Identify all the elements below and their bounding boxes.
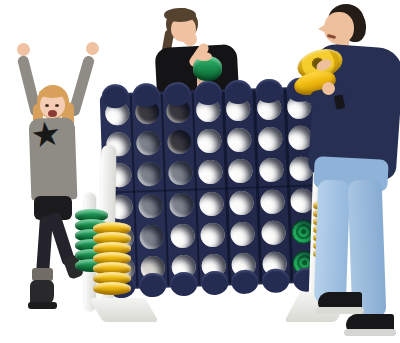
board-scallop-bottom xyxy=(139,273,167,298)
girl-eye-right xyxy=(55,104,59,107)
man-front-leg xyxy=(314,179,350,304)
empty-hole xyxy=(136,131,161,156)
board-cell-r3c2 xyxy=(134,158,165,190)
board-cell-r2c2 xyxy=(133,127,164,159)
empty-hole xyxy=(170,224,195,249)
girl-star-graphic: ★ xyxy=(23,111,68,156)
board-cell-r2c5 xyxy=(224,124,255,156)
girl-left-boot-sole xyxy=(28,302,57,309)
board-scallop-bottom xyxy=(231,269,259,294)
girl-eye-left xyxy=(45,104,49,107)
board-cell-r2c3 xyxy=(163,126,194,158)
board-cell-r4c3 xyxy=(166,189,197,221)
empty-hole xyxy=(140,225,165,250)
girl-right-fist xyxy=(86,42,99,55)
empty-hole xyxy=(198,160,223,185)
empty-hole xyxy=(228,159,253,184)
woman-fingers xyxy=(196,52,212,61)
board-cell-r4c2 xyxy=(135,190,166,222)
girl-fringe xyxy=(39,88,66,98)
empty-hole xyxy=(199,191,224,216)
empty-hole xyxy=(169,192,194,217)
man-front-sneaker-sole xyxy=(316,307,364,314)
man-back-sneaker-sole xyxy=(344,329,396,336)
left-foot xyxy=(89,298,159,322)
man-player xyxy=(278,0,400,343)
photo-canvas: ★ xyxy=(0,0,400,343)
empty-hole xyxy=(227,128,252,153)
empty-hole xyxy=(197,129,222,154)
board-cell-r3c5 xyxy=(225,155,256,187)
board-cell-r4c4 xyxy=(196,187,227,219)
empty-hole xyxy=(138,162,163,187)
board-cell-r5c5 xyxy=(227,218,258,250)
board-scallop-bottom xyxy=(170,272,198,297)
man-hand xyxy=(322,82,335,95)
board-cell-r5c4 xyxy=(197,219,228,251)
yellow-disc-rack-left xyxy=(93,222,131,295)
board-cell-r4c5 xyxy=(226,186,257,218)
man-nose xyxy=(318,24,326,33)
empty-hole xyxy=(139,193,164,218)
empty-hole xyxy=(200,223,225,248)
empty-hole xyxy=(168,161,193,186)
board-cell-r2c4 xyxy=(194,125,225,157)
empty-hole xyxy=(229,190,254,215)
woman-hand-over-mouth xyxy=(183,32,197,46)
board-cell-r5c2 xyxy=(136,221,167,253)
board-cell-r3c3 xyxy=(164,157,195,189)
empty-hole xyxy=(230,221,255,246)
girl-left-fist xyxy=(17,43,30,56)
empty-hole xyxy=(167,130,192,155)
board-scallop-bottom xyxy=(200,270,228,295)
woman-hair-top xyxy=(164,8,196,22)
board-cell-r5c3 xyxy=(167,220,198,252)
yellow-rack-disc xyxy=(93,282,131,295)
board-cell-r3c4 xyxy=(195,156,226,188)
